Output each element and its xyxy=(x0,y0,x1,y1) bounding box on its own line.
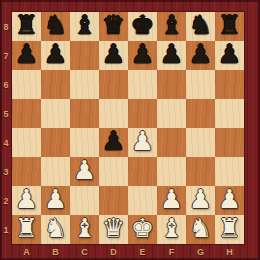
file-label-d: D xyxy=(99,245,128,259)
square-a8[interactable]: ♜ xyxy=(12,12,41,41)
file-label-b: B xyxy=(41,245,70,259)
square-h3[interactable] xyxy=(215,157,244,186)
black-pawn-icon: ♟ xyxy=(15,41,38,69)
square-a5[interactable] xyxy=(12,99,41,128)
file-label-f: F xyxy=(157,245,186,259)
rank-label-1: 1 xyxy=(0,215,12,244)
rank-label-5: 5 xyxy=(0,99,12,128)
square-e4[interactable]: ♟ xyxy=(128,128,157,157)
square-d4[interactable]: ♟ xyxy=(99,128,128,157)
square-g4[interactable] xyxy=(186,128,215,157)
square-h6[interactable] xyxy=(215,70,244,99)
black-king-icon: ♚ xyxy=(131,12,154,40)
square-c3[interactable]: ♟ xyxy=(70,157,99,186)
square-f2[interactable]: ♟ xyxy=(157,186,186,215)
white-pawn-icon: ♟ xyxy=(44,186,67,214)
square-c2[interactable] xyxy=(70,186,99,215)
black-bishop-icon: ♝ xyxy=(160,12,183,40)
white-pawn-icon: ♟ xyxy=(160,186,183,214)
square-b7[interactable]: ♟ xyxy=(41,41,70,70)
square-g3[interactable] xyxy=(186,157,215,186)
white-bishop-icon: ♝ xyxy=(73,215,96,243)
rank-label-8: 8 xyxy=(0,12,12,41)
square-g2[interactable]: ♟ xyxy=(186,186,215,215)
square-e2[interactable] xyxy=(128,186,157,215)
black-pawn-icon: ♟ xyxy=(131,41,154,69)
square-e5[interactable] xyxy=(128,99,157,128)
chessboard: ♜♞♝♛♚♝♞♜♟♟♟♟♟♟♟♟♟♟♟♟♟♟♟♜♞♝♛♚♝♞♜ xyxy=(12,12,244,244)
rank-label-2: 2 xyxy=(0,186,12,215)
square-g6[interactable] xyxy=(186,70,215,99)
square-b1[interactable]: ♞ xyxy=(41,215,70,244)
black-pawn-icon: ♟ xyxy=(44,41,67,69)
file-label-e: E xyxy=(128,245,157,259)
square-h4[interactable] xyxy=(215,128,244,157)
square-b3[interactable] xyxy=(41,157,70,186)
white-pawn-icon: ♟ xyxy=(218,186,241,214)
square-f7[interactable]: ♟ xyxy=(157,41,186,70)
white-rook-icon: ♜ xyxy=(15,215,38,243)
square-a3[interactable] xyxy=(12,157,41,186)
square-e1[interactable]: ♚ xyxy=(128,215,157,244)
square-h8[interactable]: ♜ xyxy=(215,12,244,41)
square-c6[interactable] xyxy=(70,70,99,99)
black-knight-icon: ♞ xyxy=(44,12,67,40)
square-e6[interactable] xyxy=(128,70,157,99)
black-rook-icon: ♜ xyxy=(15,12,38,40)
board-frame: ♜♞♝♛♚♝♞♜♟♟♟♟♟♟♟♟♟♟♟♟♟♟♟♜♞♝♛♚♝♞♜ 87654321… xyxy=(0,0,260,260)
black-knight-icon: ♞ xyxy=(189,12,212,40)
square-d7[interactable]: ♟ xyxy=(99,41,128,70)
square-c4[interactable] xyxy=(70,128,99,157)
square-b6[interactable] xyxy=(41,70,70,99)
square-e8[interactable]: ♚ xyxy=(128,12,157,41)
white-knight-icon: ♞ xyxy=(189,215,212,243)
square-a1[interactable]: ♜ xyxy=(12,215,41,244)
black-pawn-icon: ♟ xyxy=(160,41,183,69)
square-b2[interactable]: ♟ xyxy=(41,186,70,215)
square-f3[interactable] xyxy=(157,157,186,186)
rank-label-4: 4 xyxy=(0,128,12,157)
square-d5[interactable] xyxy=(99,99,128,128)
white-knight-icon: ♞ xyxy=(44,215,67,243)
white-bishop-icon: ♝ xyxy=(160,215,183,243)
white-pawn-icon: ♟ xyxy=(15,186,38,214)
file-label-a: A xyxy=(12,245,41,259)
square-h7[interactable]: ♟ xyxy=(215,41,244,70)
square-c7[interactable] xyxy=(70,41,99,70)
square-g7[interactable]: ♟ xyxy=(186,41,215,70)
square-d1[interactable]: ♛ xyxy=(99,215,128,244)
square-b8[interactable]: ♞ xyxy=(41,12,70,41)
square-b4[interactable] xyxy=(41,128,70,157)
file-label-c: C xyxy=(70,245,99,259)
square-d3[interactable] xyxy=(99,157,128,186)
square-c1[interactable]: ♝ xyxy=(70,215,99,244)
square-f8[interactable]: ♝ xyxy=(157,12,186,41)
file-label-g: G xyxy=(186,245,215,259)
square-h2[interactable]: ♟ xyxy=(215,186,244,215)
square-g1[interactable]: ♞ xyxy=(186,215,215,244)
rank-label-6: 6 xyxy=(0,70,12,99)
square-c8[interactable]: ♝ xyxy=(70,12,99,41)
white-pawn-icon: ♟ xyxy=(189,186,212,214)
square-d8[interactable]: ♛ xyxy=(99,12,128,41)
black-bishop-icon: ♝ xyxy=(73,12,96,40)
black-pawn-icon: ♟ xyxy=(218,41,241,69)
square-h1[interactable]: ♜ xyxy=(215,215,244,244)
square-d6[interactable] xyxy=(99,70,128,99)
square-h5[interactable] xyxy=(215,99,244,128)
square-e3[interactable] xyxy=(128,157,157,186)
file-label-h: H xyxy=(215,245,244,259)
square-b5[interactable] xyxy=(41,99,70,128)
square-g8[interactable]: ♞ xyxy=(186,12,215,41)
white-pawn-icon: ♟ xyxy=(73,157,96,185)
square-f5[interactable] xyxy=(157,99,186,128)
white-pawn-icon: ♟ xyxy=(131,128,154,156)
square-a2[interactable]: ♟ xyxy=(12,186,41,215)
square-a4[interactable] xyxy=(12,128,41,157)
rank-label-7: 7 xyxy=(0,41,12,70)
white-queen-icon: ♛ xyxy=(102,215,125,243)
square-f4[interactable] xyxy=(157,128,186,157)
square-c5[interactable] xyxy=(70,99,99,128)
black-pawn-icon: ♟ xyxy=(189,41,212,69)
square-e7[interactable]: ♟ xyxy=(128,41,157,70)
square-f1[interactable]: ♝ xyxy=(157,215,186,244)
white-king-icon: ♚ xyxy=(131,215,154,243)
black-queen-icon: ♛ xyxy=(102,12,125,40)
white-rook-icon: ♜ xyxy=(218,215,241,243)
black-pawn-icon: ♟ xyxy=(102,41,125,69)
square-d2[interactable] xyxy=(99,186,128,215)
black-rook-icon: ♜ xyxy=(218,12,241,40)
rank-label-3: 3 xyxy=(0,157,12,186)
square-f6[interactable] xyxy=(157,70,186,99)
square-a7[interactable]: ♟ xyxy=(12,41,41,70)
square-a6[interactable] xyxy=(12,70,41,99)
square-g5[interactable] xyxy=(186,99,215,128)
black-pawn-icon: ♟ xyxy=(102,128,125,156)
